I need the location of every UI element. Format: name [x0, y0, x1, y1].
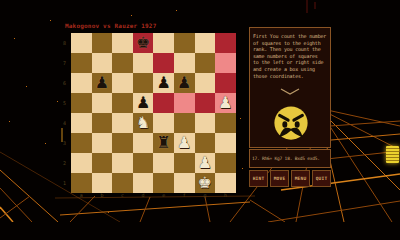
square-e3[interactable]: ♜ [153, 133, 174, 153]
square-h7[interactable] [215, 53, 236, 73]
rank-label-4: 4 [60, 119, 69, 127]
square-b1[interactable] [92, 173, 113, 193]
square-b4[interactable] [92, 113, 113, 133]
move-button[interactable]: MOVE [270, 170, 289, 187]
square-a2[interactable] [71, 153, 92, 173]
square-f4[interactable] [174, 113, 195, 133]
square-a8[interactable] [71, 33, 92, 53]
game-title: Makogonov vs Rauzer 1927 [65, 22, 157, 29]
quit-button[interactable]: QUIT [312, 170, 331, 187]
square-g4[interactable] [195, 113, 216, 133]
square-h2[interactable] [215, 153, 236, 173]
square-f8[interactable] [174, 33, 195, 53]
square-d3[interactable] [133, 133, 154, 153]
square-d2[interactable] [133, 153, 154, 173]
square-g8[interactable] [195, 33, 216, 53]
rank-label-1: 1 [60, 179, 69, 187]
square-d4[interactable]: ♞ [133, 113, 154, 133]
white-king: ♚ [198, 173, 212, 193]
menu-button[interactable]: MENU [291, 170, 310, 187]
square-b2[interactable] [92, 153, 113, 173]
square-f2[interactable] [174, 153, 195, 173]
square-c5[interactable] [112, 93, 133, 113]
rank-label-2: 2 [60, 159, 69, 167]
square-h6[interactable] [215, 73, 236, 93]
square-f3[interactable]: ♟ [174, 133, 195, 153]
angry-face-icon [272, 104, 310, 142]
square-e4[interactable] [153, 113, 174, 133]
square-h1[interactable] [215, 173, 236, 193]
rank-label-3: 3 [60, 139, 69, 147]
square-c2[interactable] [112, 153, 133, 173]
black-rook: ♜ [157, 133, 171, 153]
square-b5[interactable] [92, 93, 113, 113]
square-c6[interactable] [112, 73, 133, 93]
white-pawn: ♟ [218, 93, 232, 113]
square-e8[interactable] [153, 33, 174, 53]
square-c3[interactable] [112, 133, 133, 153]
file-label-f: f [174, 192, 195, 199]
square-g3[interactable] [195, 133, 216, 153]
square-c7[interactable] [112, 53, 133, 73]
square-g1[interactable]: ♚ [195, 173, 216, 193]
hint-button[interactable]: HINT [249, 170, 268, 187]
square-c4[interactable] [112, 113, 133, 133]
square-h4[interactable] [215, 113, 236, 133]
chevron-down-icon [280, 88, 300, 96]
square-b8[interactable] [92, 33, 113, 53]
square-d1[interactable] [133, 173, 154, 193]
square-g7[interactable] [195, 53, 216, 73]
square-g2[interactable]: ♟ [195, 153, 216, 173]
tutor-panel: First You count the number of squares to… [249, 27, 331, 148]
square-e5[interactable] [153, 93, 174, 113]
file-label-b: b [92, 192, 113, 199]
square-f7[interactable] [174, 53, 195, 73]
square-d5[interactable]: ♟ [133, 93, 154, 113]
yellow-beacon [386, 146, 399, 163]
file-label-h: h [215, 192, 236, 199]
chess-board: ♚♟♟♟♟♟♞♜♟♟♚ [71, 33, 236, 193]
square-b3[interactable] [92, 133, 113, 153]
square-g5[interactable] [195, 93, 216, 113]
black-pawn: ♟ [95, 73, 109, 93]
button-bar: HINT MOVE MENU QUIT [249, 170, 331, 187]
file-label-a: a [71, 192, 92, 199]
file-label-d: d [133, 192, 154, 199]
square-a7[interactable] [71, 53, 92, 73]
square-e2[interactable] [153, 153, 174, 173]
square-e1[interactable] [153, 173, 174, 193]
rank-label-8: 8 [60, 39, 69, 47]
black-pawn: ♟ [157, 73, 171, 93]
square-h8[interactable] [215, 33, 236, 53]
square-d7[interactable] [133, 53, 154, 73]
square-a5[interactable] [71, 93, 92, 113]
black-pawn: ♟ [136, 93, 150, 113]
square-e6[interactable]: ♟ [153, 73, 174, 93]
square-e7[interactable] [153, 53, 174, 73]
rank-label-7: 7 [60, 59, 69, 67]
square-f1[interactable] [174, 173, 195, 193]
square-f6[interactable]: ♟ [174, 73, 195, 93]
white-pawn: ♟ [198, 153, 212, 173]
square-a1[interactable] [71, 173, 92, 193]
square-c8[interactable] [112, 33, 133, 53]
square-a6[interactable] [71, 73, 92, 93]
white-knight: ♞ [136, 113, 150, 133]
square-h3[interactable] [215, 133, 236, 153]
black-pawn: ♟ [177, 73, 191, 93]
square-h5[interactable]: ♟ [215, 93, 236, 113]
square-c1[interactable] [112, 173, 133, 193]
file-label-g: g [195, 192, 216, 199]
square-g6[interactable] [195, 73, 216, 93]
moves-box: 17. Rh6+ Kg7 18. Bxd5 exd5. [249, 149, 331, 168]
square-f5[interactable] [174, 93, 195, 113]
square-b7[interactable] [92, 53, 113, 73]
square-d8[interactable]: ♚ [133, 33, 154, 53]
square-b6[interactable]: ♟ [92, 73, 113, 93]
file-label-e: e [153, 192, 174, 199]
white-pawn: ♟ [177, 133, 191, 153]
black-king: ♚ [136, 33, 150, 53]
file-label-c: c [112, 192, 133, 199]
square-a3[interactable] [71, 133, 92, 153]
rank-label-5: 5 [60, 99, 69, 107]
square-a4[interactable] [71, 113, 92, 133]
rank-label-6: 6 [60, 79, 69, 87]
square-d6[interactable] [133, 73, 154, 93]
moves-line: 17. Rh6+ Kg7 18. Bxd5 exd5. [250, 150, 330, 161]
tutor-text: First You count the number of squares to… [250, 28, 330, 79]
